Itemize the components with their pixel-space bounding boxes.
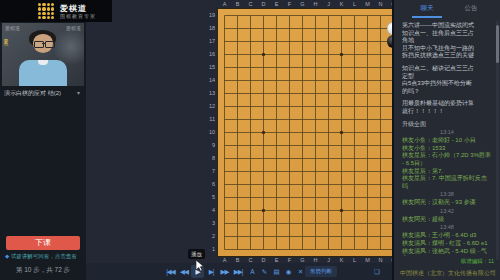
coord-label-top: M [361, 1, 374, 7]
logo-dots-icon [38, 3, 54, 19]
play-tooltip: 播放 [188, 249, 205, 259]
coord-label-top: F [283, 1, 296, 7]
teacher-video: 爱棋道 爱棋道 要点 [2, 23, 84, 86]
lecture-note-line: 升级全面 [402, 121, 492, 129]
kifu-editor-credit: 棋谱编辑：11 [461, 258, 494, 265]
chat-panel: 聊天 公告 第六讲——中国流实战闭式知识点一、挂角后点三三占角地且不知中小飞挂角… [394, 0, 500, 280]
status-line[interactable]: ◆ 试题讲解可回看，点击查看 [5, 253, 85, 260]
coord-label-left: 7 [202, 168, 215, 174]
chat-message: 棋友清风：王小明 - 6.4D d3 [402, 232, 492, 240]
coord-label-left: 9 [202, 142, 215, 148]
tab-announcement[interactable]: 公告 [456, 4, 486, 16]
coord-label-left: 3 [202, 220, 215, 226]
app-logo-bar: 爱棋道 围棋教育专家 [0, 0, 112, 22]
coord-label-top: G [296, 1, 309, 7]
rewind-button[interactable]: ◀◀ [178, 265, 191, 278]
move-counter: 第 10 步，共 72 步 [0, 266, 86, 275]
step-forward-button[interactable]: ▶| [205, 265, 218, 278]
fast-forward-button[interactable]: ▶▶ [218, 265, 231, 278]
glasses-bridge [42, 43, 45, 44]
scrollbar-thumb[interactable] [496, 25, 499, 63]
chat-message: 棋友阿亮：汉勒亮 - 93 参谋 [402, 199, 492, 207]
video-side-note: 要点 [3, 35, 9, 37]
end-class-button[interactable]: 下课 [6, 236, 80, 250]
status-text: 试题讲解可回看，点击查看 [11, 253, 77, 259]
lecture-note-line: 白5点33中挡外围不给分断 [402, 80, 492, 88]
coord-label-top: C [244, 1, 257, 7]
coord-label-top: D [257, 1, 270, 7]
chat-message: 棋友星辰：石小帅（7.2D 3%胜率 - 6.5目） [402, 152, 492, 167]
coord-label-left: 4 [202, 207, 215, 213]
lecture-note-line: 用最质朴最基础的姿势计算 [402, 100, 492, 108]
coord-label-left: 14 [202, 77, 215, 83]
coord-label-left: 15 [202, 64, 215, 70]
coord-label-top: H [309, 1, 322, 7]
app-logo-subtitle: 围棋教育专家 [60, 13, 96, 19]
coord-label-left: 5 [202, 194, 215, 200]
fullscreen-button[interactable]: ❏ [370, 265, 383, 278]
chat-message: 棋友星辰：第7. [402, 168, 492, 176]
playback-toolbar: |◀◀◀◀▶▶|▶▶▶▶| A✎▤◉✕ 形势判断 ❏ [86, 263, 392, 280]
coord-label-left: 13 [202, 90, 215, 96]
situation-judge-button[interactable]: 形势判断 [305, 266, 337, 277]
coord-label-left: 2 [202, 233, 215, 239]
lecture-note-line: 知识点二、秘诀记点三三占 [402, 65, 492, 73]
coord-label-top: A [218, 1, 231, 7]
coord-label-top: J [322, 1, 335, 7]
coord-label-left: 19 [202, 12, 215, 18]
coord-label-left: 11 [202, 116, 215, 122]
chat-message: 棋友清风：张艳武 - 5.4D 级 - 气合 [402, 248, 492, 256]
chat-message: 棋友阿亮：超级 [402, 216, 492, 224]
status-icon: ◆ [5, 253, 9, 259]
glasses-right-lens [45, 41, 55, 48]
lecture-note-line: 的吗？ [402, 88, 492, 96]
chat-message: 棋友星辰：7. 中国流开拆时反击吗 [402, 175, 492, 190]
coord-label-top: E [270, 1, 283, 7]
chat-message: 棋友小鱼：老师好 - 10 小目 [402, 137, 492, 145]
lecture-note-line: 第六讲——中国流实战闭式 [402, 22, 492, 30]
coord-label-left: 10 [202, 129, 215, 135]
lesson-title[interactable]: 演示白棋的应对 结(2) [4, 89, 82, 98]
lecture-note-line: 就行！！！！！ [402, 108, 492, 116]
chat-timestamp: 13:14 [402, 128, 492, 137]
chat-timestamp: 13:38 [402, 190, 492, 199]
mouse-cursor-icon [196, 260, 206, 272]
company-watermark: 中国棋迷（北京）文化传播有限公司 [400, 269, 496, 278]
chat-timestamp: 13:42 [402, 207, 492, 216]
tab-chat[interactable]: 聊天 [412, 4, 442, 18]
lecture-note-line: 拆挡反抗棋选点三三的关键 [402, 52, 492, 60]
jump-to-end-button[interactable]: ▶▶| [232, 265, 245, 278]
coord-label-top: B [231, 1, 244, 7]
coord-label-left: 16 [202, 51, 215, 57]
coord-label-top: K [335, 1, 348, 7]
lecture-note-line: 知识点一、挂角后点三三占 [402, 30, 492, 38]
left-sidebar: 爱棋道 爱棋道 要点 演示白棋的应对 结(2) ▾ 下课 ◆ 试题讲解可回看，点… [0, 0, 86, 280]
chat-message: 棋友清风：煤明 - 红莲 - 6.6D e1 [402, 240, 492, 248]
go-lecture-app: 爱棋道 爱棋道 要点 演示白棋的应对 结(2) ▾ 下课 ◆ 试题讲解可回看，点… [0, 0, 500, 280]
chevron-down-icon[interactable]: ▾ [77, 89, 80, 96]
board-area: 9107683421 AABBCCDDEEFFGGHHJJKKLLMMNNOOP… [86, 0, 392, 263]
coord-label-left: 17 [202, 38, 215, 44]
coord-label-top: N [374, 1, 387, 7]
video-watermark-right: 爱棋道 [66, 25, 81, 31]
jump-to-start-button[interactable]: |◀◀ [164, 265, 177, 278]
lecture-note-line: 角地 [402, 37, 492, 45]
coord-label-left: 18 [202, 25, 215, 31]
coord-label-left: 6 [202, 181, 215, 187]
chat-feed[interactable]: 第六讲——中国流实战闭式知识点一、挂角后点三三占角地且不知中小飞挂角与一路的拆挡… [402, 22, 492, 256]
coord-label-left: 12 [202, 103, 215, 109]
video-watermark-left: 爱棋道 [5, 25, 20, 31]
coord-label-left: 8 [202, 155, 215, 161]
coord-label-top: L [348, 1, 361, 7]
